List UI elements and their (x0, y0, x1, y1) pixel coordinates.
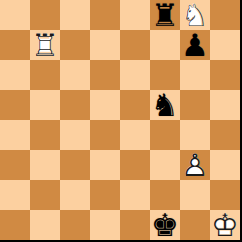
square-b6[interactable] (30, 60, 60, 90)
square-h1[interactable]: ♚♔ (210, 210, 240, 240)
square-d2[interactable] (90, 180, 120, 210)
square-a5[interactable] (0, 90, 30, 120)
square-a7[interactable] (0, 30, 30, 60)
square-h7[interactable] (210, 30, 240, 60)
square-a2[interactable] (0, 180, 30, 210)
square-e7[interactable] (120, 30, 150, 60)
square-h4[interactable] (210, 120, 240, 150)
square-c7[interactable] (60, 30, 90, 60)
square-c1[interactable] (60, 210, 90, 240)
piece-white-king[interactable]: ♚♔ (210, 210, 240, 240)
square-g7[interactable]: ♟ (180, 30, 210, 60)
square-d8[interactable] (90, 0, 120, 30)
square-f7[interactable] (150, 30, 180, 60)
square-b2[interactable] (30, 180, 60, 210)
square-c5[interactable] (60, 90, 90, 120)
square-e6[interactable] (120, 60, 150, 90)
piece-white-rook[interactable]: ♜♖ (30, 30, 60, 60)
square-b3[interactable] (30, 150, 60, 180)
square-h8[interactable] (210, 0, 240, 30)
square-b5[interactable] (30, 90, 60, 120)
square-h6[interactable] (210, 60, 240, 90)
square-c6[interactable] (60, 60, 90, 90)
square-d1[interactable] (90, 210, 120, 240)
square-b1[interactable] (30, 210, 60, 240)
square-a6[interactable] (0, 60, 30, 90)
square-g1[interactable] (180, 210, 210, 240)
square-d4[interactable] (90, 120, 120, 150)
square-e8[interactable] (120, 0, 150, 30)
square-g4[interactable] (180, 120, 210, 150)
square-f4[interactable] (150, 120, 180, 150)
piece-black-rook[interactable]: ♜ (150, 0, 180, 30)
square-c3[interactable] (60, 150, 90, 180)
square-d7[interactable] (90, 30, 120, 60)
square-g5[interactable] (180, 90, 210, 120)
square-d5[interactable] (90, 90, 120, 120)
piece-black-pawn[interactable]: ♟ (180, 30, 210, 60)
square-f1[interactable]: ♚ (150, 210, 180, 240)
square-e5[interactable] (120, 90, 150, 120)
piece-black-knight[interactable]: ♞ (150, 90, 180, 120)
piece-black-king[interactable]: ♚ (150, 210, 180, 240)
square-c2[interactable] (60, 180, 90, 210)
square-f5[interactable]: ♞ (150, 90, 180, 120)
square-c8[interactable] (60, 0, 90, 30)
square-b7[interactable]: ♜♖ (30, 30, 60, 60)
square-h2[interactable] (210, 180, 240, 210)
square-f6[interactable] (150, 60, 180, 90)
square-h5[interactable] (210, 90, 240, 120)
piece-white-knight[interactable]: ♞♘ (180, 0, 210, 30)
board-frame: ♜♞♘♜♖♟♞♟♙♚♚♔ (0, 0, 242, 242)
square-g8[interactable]: ♞♘ (180, 0, 210, 30)
square-g3[interactable]: ♟♙ (180, 150, 210, 180)
square-b4[interactable] (30, 120, 60, 150)
chess-board: ♜♞♘♜♖♟♞♟♙♚♚♔ (0, 0, 240, 240)
square-d3[interactable] (90, 150, 120, 180)
square-g2[interactable] (180, 180, 210, 210)
square-a1[interactable] (0, 210, 30, 240)
square-c4[interactable] (60, 120, 90, 150)
square-b8[interactable] (30, 0, 60, 30)
square-f3[interactable] (150, 150, 180, 180)
square-e2[interactable] (120, 180, 150, 210)
square-a3[interactable] (0, 150, 30, 180)
square-e4[interactable] (120, 120, 150, 150)
piece-white-pawn[interactable]: ♟♙ (180, 150, 210, 180)
square-e3[interactable] (120, 150, 150, 180)
square-d6[interactable] (90, 60, 120, 90)
square-e1[interactable] (120, 210, 150, 240)
square-h3[interactable] (210, 150, 240, 180)
square-g6[interactable] (180, 60, 210, 90)
square-a8[interactable] (0, 0, 30, 30)
square-f8[interactable]: ♜ (150, 0, 180, 30)
square-a4[interactable] (0, 120, 30, 150)
square-f2[interactable] (150, 180, 180, 210)
